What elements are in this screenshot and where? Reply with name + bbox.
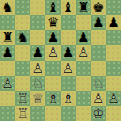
square-h3[interactable] <box>106 76 121 91</box>
square-c1[interactable] <box>30 106 45 121</box>
square-b8[interactable] <box>15 0 30 15</box>
square-g3[interactable]: ♘ <box>91 76 106 91</box>
piece-black-pawn[interactable]: ♟ <box>62 45 74 60</box>
piece-black-knight[interactable]: ♞ <box>17 30 29 45</box>
square-e4[interactable]: ♙ <box>61 61 76 76</box>
piece-white-pawn[interactable]: ♙ <box>107 91 119 106</box>
piece-white-pawn[interactable]: ♙ <box>47 45 59 60</box>
square-a2[interactable] <box>0 91 15 106</box>
square-d8[interactable]: ♝ <box>45 0 60 15</box>
square-f3[interactable] <box>76 76 91 91</box>
square-e7[interactable] <box>61 15 76 30</box>
square-g8[interactable]: ♚ <box>91 0 106 15</box>
piece-white-bishop[interactable]: ♗ <box>47 91 59 106</box>
square-d6[interactable]: ♟ <box>45 30 60 45</box>
square-b4[interactable] <box>15 61 30 76</box>
chess-board: ♞♝♝♜♚♛♟♟♜♞♟♟♟♟♙♟♙♙♙♙♘♘♖♕♗♗♙♙♖♔ <box>0 0 121 121</box>
square-c2[interactable]: ♕ <box>30 91 45 106</box>
piece-black-pawn[interactable]: ♟ <box>107 15 119 30</box>
square-h7[interactable]: ♟ <box>106 15 121 30</box>
square-c3[interactable]: ♘ <box>30 76 45 91</box>
square-d3[interactable] <box>45 76 60 91</box>
square-f7[interactable] <box>76 15 91 30</box>
square-b6[interactable]: ♞ <box>15 30 30 45</box>
square-c4[interactable]: ♙ <box>30 61 45 76</box>
square-g2[interactable]: ♙ <box>91 91 106 106</box>
piece-white-knight[interactable]: ♘ <box>92 76 104 91</box>
piece-white-rook[interactable]: ♖ <box>17 106 29 121</box>
square-g7[interactable]: ♟ <box>91 15 106 30</box>
square-f6[interactable]: ♟ <box>76 30 91 45</box>
square-b2[interactable]: ♖ <box>15 91 30 106</box>
square-d4[interactable] <box>45 61 60 76</box>
square-h4[interactable] <box>106 61 121 76</box>
square-d5[interactable]: ♙ <box>45 45 60 60</box>
square-h5[interactable] <box>106 45 121 60</box>
piece-white-pawn[interactable]: ♙ <box>92 91 104 106</box>
square-e3[interactable] <box>61 76 76 91</box>
piece-white-pawn[interactable]: ♙ <box>32 61 44 76</box>
piece-white-pawn[interactable]: ♙ <box>77 45 89 60</box>
square-d7[interactable]: ♛ <box>45 15 60 30</box>
square-g6[interactable] <box>91 30 106 45</box>
square-a4[interactable] <box>0 61 15 76</box>
square-a1[interactable] <box>0 106 15 121</box>
square-f5[interactable]: ♙ <box>76 45 91 60</box>
piece-black-rook[interactable]: ♜ <box>2 30 14 45</box>
piece-white-knight[interactable]: ♘ <box>32 76 44 91</box>
piece-white-rook[interactable]: ♖ <box>17 91 29 106</box>
square-h6[interactable] <box>106 30 121 45</box>
piece-black-bishop[interactable]: ♝ <box>62 0 74 15</box>
piece-black-bishop[interactable]: ♝ <box>47 0 59 15</box>
square-g5[interactable] <box>91 45 106 60</box>
square-b1[interactable]: ♖ <box>15 106 30 121</box>
square-d2[interactable]: ♗ <box>45 91 60 106</box>
piece-black-pawn[interactable]: ♟ <box>77 30 89 45</box>
square-f8[interactable]: ♜ <box>76 0 91 15</box>
square-g1[interactable]: ♔ <box>91 106 106 121</box>
square-e8[interactable]: ♝ <box>61 0 76 15</box>
square-f1[interactable] <box>76 106 91 121</box>
square-f4[interactable] <box>76 61 91 76</box>
piece-white-king[interactable]: ♔ <box>92 106 104 121</box>
square-c6[interactable] <box>30 30 45 45</box>
square-a5[interactable]: ♟ <box>0 45 15 60</box>
square-c5[interactable]: ♟ <box>30 45 45 60</box>
square-e6[interactable] <box>61 30 76 45</box>
square-a3[interactable]: ♙ <box>0 76 15 91</box>
piece-white-bishop[interactable]: ♗ <box>62 91 74 106</box>
piece-black-pawn[interactable]: ♟ <box>2 45 14 60</box>
square-e5[interactable]: ♟ <box>61 45 76 60</box>
square-h1[interactable] <box>106 106 121 121</box>
piece-black-knight[interactable]: ♞ <box>2 0 14 15</box>
square-c8[interactable] <box>30 0 45 15</box>
piece-white-pawn[interactable]: ♙ <box>62 61 74 76</box>
square-f2[interactable] <box>76 91 91 106</box>
piece-black-queen[interactable]: ♛ <box>47 15 59 30</box>
square-b3[interactable] <box>15 76 30 91</box>
square-a6[interactable]: ♜ <box>0 30 15 45</box>
square-h2[interactable]: ♙ <box>106 91 121 106</box>
square-g4[interactable] <box>91 61 106 76</box>
piece-white-queen[interactable]: ♕ <box>32 91 44 106</box>
piece-white-pawn[interactable]: ♙ <box>2 76 14 91</box>
piece-black-king[interactable]: ♚ <box>92 0 104 15</box>
square-e1[interactable] <box>61 106 76 121</box>
square-c7[interactable] <box>30 15 45 30</box>
piece-black-rook[interactable]: ♜ <box>77 0 89 15</box>
square-h8[interactable] <box>106 0 121 15</box>
square-a7[interactable] <box>0 15 15 30</box>
square-d1[interactable] <box>45 106 60 121</box>
square-b7[interactable] <box>15 15 30 30</box>
square-e2[interactable]: ♗ <box>61 91 76 106</box>
piece-black-pawn[interactable]: ♟ <box>47 30 59 45</box>
piece-black-pawn[interactable]: ♟ <box>32 45 44 60</box>
square-a8[interactable]: ♞ <box>0 0 15 15</box>
piece-black-pawn[interactable]: ♟ <box>92 15 104 30</box>
square-b5[interactable] <box>15 45 30 60</box>
